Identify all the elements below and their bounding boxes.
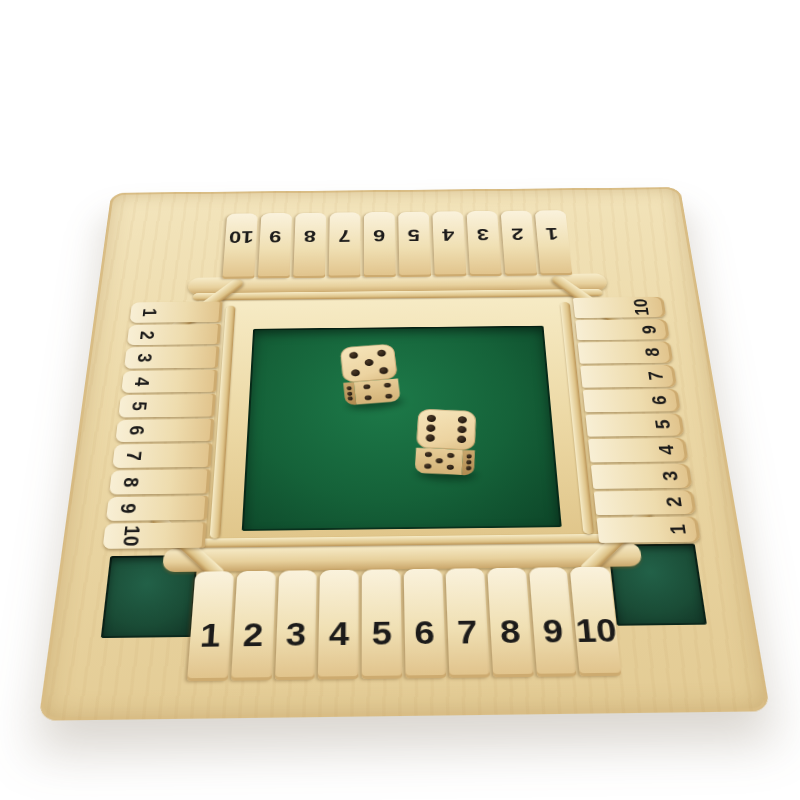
die-pip bbox=[347, 386, 352, 390]
tile-south-4[interactable]: 4 bbox=[318, 570, 359, 680]
die-pip bbox=[426, 434, 435, 442]
tile-number: 4 bbox=[130, 377, 155, 386]
tile-number: 2 bbox=[511, 225, 525, 244]
tile-number: 3 bbox=[657, 471, 683, 481]
die-top-face-6 bbox=[416, 409, 476, 450]
die-pip bbox=[348, 397, 353, 401]
shut-the-box-board: 10987654321 12345678910 10987654321 1234… bbox=[39, 187, 771, 721]
tile-west-2[interactable]: 2 bbox=[127, 324, 221, 346]
tile-number: 9 bbox=[541, 613, 564, 651]
tile-number: 2 bbox=[661, 497, 687, 508]
die-pip bbox=[364, 395, 371, 400]
tile-number: 2 bbox=[135, 330, 159, 339]
tile-east-7[interactable]: 7 bbox=[580, 365, 677, 388]
tile-north-6[interactable]: 6 bbox=[364, 212, 396, 277]
die-pip bbox=[458, 416, 467, 424]
die-side-face-3 bbox=[462, 449, 475, 475]
tile-north-10[interactable]: 10 bbox=[222, 213, 257, 278]
tile-east-2[interactable]: 2 bbox=[594, 490, 697, 515]
die-pip bbox=[426, 425, 435, 433]
tile-number: 8 bbox=[640, 348, 664, 357]
die-pip bbox=[446, 465, 453, 470]
tile-west-5[interactable]: 5 bbox=[118, 394, 216, 417]
tile-number: 2 bbox=[242, 616, 264, 654]
die-pip bbox=[377, 349, 386, 356]
die-pip bbox=[447, 453, 454, 458]
tile-number: 9 bbox=[115, 503, 141, 514]
die-pip bbox=[435, 458, 442, 463]
tile-number: 8 bbox=[499, 613, 522, 651]
tile-number: 6 bbox=[414, 614, 435, 652]
tile-number: 10 bbox=[117, 525, 145, 546]
tile-number: 10 bbox=[228, 227, 254, 246]
tile-number: 10 bbox=[574, 612, 618, 650]
tile-east-3[interactable]: 3 bbox=[591, 464, 693, 489]
tile-number: 7 bbox=[643, 371, 668, 380]
tile-south-7[interactable]: 7 bbox=[445, 568, 489, 678]
die-pip bbox=[427, 415, 436, 423]
tile-number: 7 bbox=[339, 226, 351, 245]
die-pip bbox=[466, 466, 471, 470]
tile-east-4[interactable]: 4 bbox=[588, 438, 688, 462]
dice-layer bbox=[111, 187, 680, 193]
tile-north-8[interactable]: 8 bbox=[293, 213, 326, 278]
tile-number: 5 bbox=[408, 226, 421, 245]
tile-number: 5 bbox=[372, 615, 393, 653]
die-1[interactable] bbox=[340, 343, 401, 405]
die-lower-faces bbox=[415, 447, 475, 475]
tile-south-5[interactable]: 5 bbox=[362, 569, 402, 679]
die-top-face-5 bbox=[340, 343, 398, 382]
tile-number: 4 bbox=[442, 225, 455, 244]
tile-east-8[interactable]: 8 bbox=[578, 342, 673, 364]
tile-number: 5 bbox=[127, 401, 152, 411]
die-front-face-5 bbox=[415, 447, 464, 475]
tile-number: 1 bbox=[138, 308, 162, 317]
die-pip bbox=[383, 383, 390, 388]
tile-south-8[interactable]: 8 bbox=[487, 568, 533, 678]
tile-number: 9 bbox=[269, 227, 282, 246]
tile-south-2[interactable]: 2 bbox=[231, 571, 276, 681]
die-pip bbox=[350, 369, 360, 377]
tile-north-5[interactable]: 5 bbox=[398, 212, 431, 277]
tile-west-3[interactable]: 3 bbox=[124, 347, 219, 369]
tile-col-west: 12345678910 bbox=[103, 302, 223, 549]
tile-number: 7 bbox=[457, 614, 479, 652]
die-front-face-4 bbox=[354, 378, 401, 404]
tile-number: 5 bbox=[650, 420, 675, 430]
tile-east-5[interactable]: 5 bbox=[585, 413, 684, 437]
die-pip bbox=[379, 367, 389, 375]
tile-number: 6 bbox=[647, 395, 672, 405]
die-pip bbox=[364, 359, 373, 367]
die-pip bbox=[347, 391, 352, 395]
tile-north-9[interactable]: 9 bbox=[258, 213, 292, 278]
tile-west-1[interactable]: 1 bbox=[130, 302, 223, 323]
die-pip bbox=[348, 352, 357, 359]
tile-north-4[interactable]: 4 bbox=[432, 211, 466, 276]
tile-number: 7 bbox=[121, 451, 147, 461]
tile-number: 3 bbox=[132, 353, 156, 362]
tile-number: 4 bbox=[329, 615, 350, 653]
tile-number: 9 bbox=[637, 325, 661, 334]
die-pip bbox=[466, 454, 471, 458]
die-pip bbox=[385, 394, 392, 399]
tile-row-north: 10987654321 bbox=[222, 210, 572, 279]
tile-number: 1 bbox=[199, 617, 222, 655]
tile-west-7[interactable]: 7 bbox=[112, 444, 212, 468]
die-pip bbox=[457, 426, 466, 434]
tile-west-6[interactable]: 6 bbox=[115, 418, 214, 442]
product-photo-scene: 10987654321 12345678910 10987654321 1234… bbox=[0, 0, 800, 800]
tile-west-4[interactable]: 4 bbox=[121, 370, 217, 393]
tile-number: 1 bbox=[665, 524, 692, 535]
die-pip bbox=[466, 460, 471, 464]
tile-number: 4 bbox=[654, 445, 680, 455]
tile-east-1[interactable]: 1 bbox=[597, 517, 701, 543]
tile-number: 6 bbox=[373, 226, 385, 245]
tile-row-south: 12345678910 bbox=[187, 567, 621, 682]
tile-south-6[interactable]: 6 bbox=[404, 569, 446, 679]
die-2[interactable] bbox=[415, 409, 477, 476]
tile-number: 8 bbox=[118, 477, 144, 487]
tile-north-7[interactable]: 7 bbox=[329, 212, 361, 277]
tile-east-10[interactable]: 10 bbox=[573, 297, 666, 318]
tile-number: 3 bbox=[477, 225, 490, 244]
felt-surface bbox=[242, 326, 562, 531]
die-pip bbox=[425, 452, 432, 457]
tile-number: 6 bbox=[124, 426, 149, 436]
die-pip bbox=[457, 436, 466, 444]
tile-east-9[interactable]: 9 bbox=[575, 319, 669, 340]
tile-west-9[interactable]: 9 bbox=[106, 496, 209, 522]
die-pip bbox=[363, 385, 370, 390]
tile-west-10[interactable]: 10 bbox=[103, 523, 207, 549]
tile-south-1[interactable]: 1 bbox=[187, 571, 234, 681]
tile-west-8[interactable]: 8 bbox=[109, 469, 210, 494]
tile-east-6[interactable]: 6 bbox=[583, 389, 681, 412]
tile-south-3[interactable]: 3 bbox=[275, 570, 318, 680]
die-pip bbox=[424, 464, 431, 469]
tile-number: 10 bbox=[628, 299, 653, 316]
tile-south-9[interactable]: 9 bbox=[528, 567, 576, 677]
die-lower-faces bbox=[343, 378, 401, 405]
tile-north-3[interactable]: 3 bbox=[467, 211, 502, 276]
tile-number: 8 bbox=[304, 227, 317, 246]
tile-number: 1 bbox=[545, 224, 559, 243]
tile-north-2[interactable]: 2 bbox=[501, 211, 537, 276]
tile-north-1[interactable]: 1 bbox=[535, 210, 573, 275]
tile-number: 3 bbox=[285, 616, 306, 654]
